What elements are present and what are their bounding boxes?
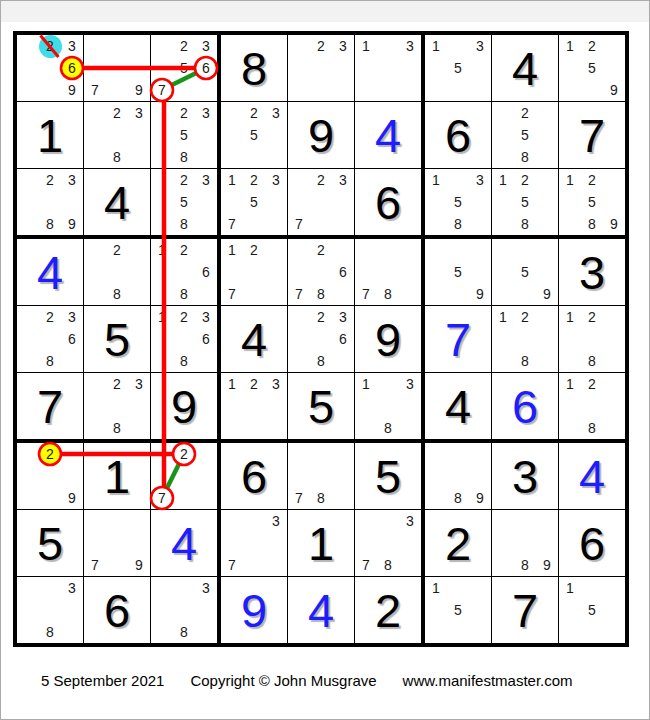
cell-value: 6 [221, 443, 287, 509]
candidate-grid: 378 [355, 510, 421, 576]
candidate-5: 5 [581, 191, 603, 213]
cell-r2c8[interactable]: 258 [492, 102, 558, 168]
candidate-7: 7 [221, 283, 243, 305]
cell-value: 6 [355, 169, 421, 235]
candidate-3: 3 [332, 35, 354, 57]
candidate-grid: 37 [221, 510, 287, 576]
cell-r9c9[interactable]: 15 [559, 577, 625, 643]
candidate-grid: 78 [288, 443, 354, 509]
cell-r6c4[interactable]: 123 [221, 373, 287, 439]
cell-value: 6 [559, 510, 625, 576]
candidate-8: 8 [173, 283, 195, 305]
candidate-8: 8 [310, 487, 332, 509]
cell-r7c2[interactable]: 1 [84, 443, 150, 509]
candidate-grid: 2368 [288, 306, 354, 372]
candidate-3: 3 [469, 169, 491, 191]
candidate-2: 2 [39, 169, 61, 191]
cell-r8c9[interactable]: 6 [559, 510, 625, 576]
cell-r7c7[interactable]: 89 [425, 443, 491, 509]
cell-r3c3[interactable]: 2358 [151, 169, 217, 235]
candidate-1: 1 [425, 577, 447, 599]
candidate-grid: 28 [84, 239, 150, 305]
candidate-grid: 135 [425, 35, 491, 101]
cell-r4c8[interactable]: 59 [492, 239, 558, 305]
footer-date: 5 September 2021 [41, 672, 164, 689]
cell-value: 4 [84, 169, 150, 235]
candidate-grid: 89 [492, 510, 558, 576]
candidate-grid: 15 [559, 577, 625, 643]
candidate-grid: 123 [221, 373, 287, 439]
candidate-7: 7 [355, 554, 377, 576]
candidate-7: 7 [288, 487, 310, 509]
cell-r3c2[interactable]: 4 [84, 169, 150, 235]
candidate-8: 8 [173, 146, 195, 168]
candidate-6: 6 [195, 261, 217, 283]
candidate-7: 7 [288, 213, 310, 235]
cell-value: 9 [355, 306, 421, 372]
candidate-2: 2 [310, 239, 332, 261]
candidate-3: 3 [195, 306, 217, 328]
cell-r7c6[interactable]: 5 [355, 443, 421, 509]
candidate-3: 3 [128, 102, 150, 124]
candidate-5: 5 [514, 124, 536, 146]
cell-value: 5 [355, 443, 421, 509]
cell-value: 6 [84, 577, 150, 643]
cell-value: 5 [84, 306, 150, 372]
candidate-3: 3 [128, 373, 150, 395]
candidate-grid: 238 [84, 373, 150, 439]
candidate-9: 9 [603, 79, 625, 101]
cell-r8c3[interactable]: 4 [151, 510, 217, 576]
candidate-9: 9 [536, 554, 558, 576]
candidate-grid: 12357 [221, 169, 287, 235]
cell-r7c5[interactable]: 78 [288, 443, 354, 509]
cell-r2c4[interactable]: 235 [221, 102, 287, 168]
candidate-1: 1 [221, 169, 243, 191]
candidate-8: 8 [514, 213, 536, 235]
candidate-3: 3 [61, 577, 83, 599]
candidate-9: 9 [536, 283, 558, 305]
candidate-7: 7 [221, 213, 243, 235]
candidate-7: 7 [221, 554, 243, 576]
candidate-7: 7 [151, 487, 173, 509]
candidate-8: 8 [310, 283, 332, 305]
candidate-2: 2 [514, 102, 536, 124]
candidate-2: 2 [173, 239, 195, 261]
candidate-grid: 2358 [151, 102, 217, 168]
candidate-1: 1 [151, 239, 173, 261]
cell-value: 9 [288, 102, 354, 168]
candidate-3: 3 [399, 373, 421, 395]
cell-r7c8[interactable]: 3 [492, 443, 558, 509]
candidate-5: 5 [447, 261, 469, 283]
candidate-grid: 1259 [559, 35, 625, 101]
candidate-2: 2 [173, 35, 195, 57]
cell-value: 7 [559, 102, 625, 168]
candidate-grid: 128 [559, 306, 625, 372]
cell-r4c9[interactable]: 3 [559, 239, 625, 305]
candidate-8: 8 [514, 554, 536, 576]
cell-r5c1[interactable]: 2368 [17, 306, 83, 372]
candidate-2: 2 [106, 373, 128, 395]
sudoku-board: 2369792356782313135412591238235823594625… [13, 31, 629, 647]
cell-value: 7 [17, 373, 83, 439]
cell-r8c4[interactable]: 37 [221, 510, 287, 576]
candidate-grid: 79 [84, 35, 150, 101]
candidate-grid: 59 [492, 239, 558, 305]
candidate-2: 2 [514, 306, 536, 328]
candidate-grid: 12589 [559, 169, 625, 235]
candidate-8: 8 [173, 213, 195, 235]
cell-r8c8[interactable]: 89 [492, 510, 558, 576]
candidate-1: 1 [221, 373, 243, 395]
candidate-5: 5 [243, 191, 265, 213]
cell-r9c7[interactable]: 15 [425, 577, 491, 643]
candidate-grid: 128 [492, 306, 558, 372]
candidate-5: 5 [447, 599, 469, 621]
candidate-8: 8 [106, 283, 128, 305]
candidate-6: 6 [332, 261, 354, 283]
cell-value: 9 [221, 577, 287, 643]
cell-r4c4[interactable]: 127 [221, 239, 287, 305]
cell-value: 4 [492, 35, 558, 101]
candidate-2: 2 [39, 35, 61, 57]
candidate-5: 5 [514, 261, 536, 283]
candidate-grid: 2368 [17, 306, 83, 372]
cell-r8c1[interactable]: 5 [17, 510, 83, 576]
cell-r6c1[interactable]: 7 [17, 373, 83, 439]
cell-r1c5[interactable]: 23 [288, 35, 354, 101]
cell-value: 1 [84, 443, 150, 509]
candidate-8: 8 [377, 283, 399, 305]
candidate-8: 8 [447, 487, 469, 509]
candidate-grid: 1258 [492, 169, 558, 235]
candidate-5: 5 [581, 57, 603, 79]
cell-value: 6 [425, 102, 491, 168]
candidate-2: 2 [310, 169, 332, 191]
candidate-1: 1 [559, 373, 581, 395]
candidate-grid: 128 [559, 373, 625, 439]
cell-r2c3[interactable]: 2358 [151, 102, 217, 168]
candidate-3: 3 [195, 35, 217, 57]
cell-r1c8[interactable]: 4 [492, 35, 558, 101]
cell-r6c5[interactable]: 5 [288, 373, 354, 439]
cell-r9c2[interactable]: 6 [84, 577, 150, 643]
cell-r3c8[interactable]: 1258 [492, 169, 558, 235]
candidate-9: 9 [128, 554, 150, 576]
cell-r6c8[interactable]: 6 [492, 373, 558, 439]
candidate-8: 8 [581, 213, 603, 235]
candidate-grid: 13 [355, 35, 421, 101]
candidate-1: 1 [492, 306, 514, 328]
cell-value: 9 [151, 373, 217, 439]
cell-r6c9[interactable]: 128 [559, 373, 625, 439]
cell-value: 6 [492, 373, 558, 439]
candidate-1: 1 [425, 169, 447, 191]
cell-r3c7[interactable]: 1358 [425, 169, 491, 235]
candidate-grid: 127 [221, 239, 287, 305]
candidate-1: 1 [425, 35, 447, 57]
candidate-grid: 23567 [151, 35, 217, 101]
candidate-6: 6 [61, 57, 83, 79]
candidate-2: 2 [310, 306, 332, 328]
candidate-2: 2 [243, 239, 265, 261]
candidate-grid: 1358 [425, 169, 491, 235]
candidate-8: 8 [310, 350, 332, 372]
candidate-3: 3 [265, 373, 287, 395]
candidate-6: 6 [195, 57, 217, 79]
cell-value: 4 [288, 577, 354, 643]
candidate-grid: 12368 [151, 306, 217, 372]
cell-r2c2[interactable]: 238 [84, 102, 150, 168]
cell-r1c7[interactable]: 135 [425, 35, 491, 101]
candidate-grid: 59 [425, 239, 491, 305]
candidate-3: 3 [399, 35, 421, 57]
candidate-7: 7 [151, 79, 173, 101]
candidate-grid: 2369 [17, 35, 83, 101]
candidate-grid: 79 [84, 510, 150, 576]
candidate-3: 3 [61, 306, 83, 328]
candidate-8: 8 [106, 417, 128, 439]
candidate-2: 2 [173, 306, 195, 328]
cell-r6c3[interactable]: 9 [151, 373, 217, 439]
cell-value: 4 [151, 510, 217, 576]
candidate-9: 9 [128, 79, 150, 101]
candidate-2: 2 [39, 306, 61, 328]
cell-r1c9[interactable]: 1259 [559, 35, 625, 101]
candidate-grid: 258 [492, 102, 558, 168]
candidate-2: 2 [243, 373, 265, 395]
cell-r9c5[interactable]: 4 [288, 577, 354, 643]
cell-r3c1[interactable]: 2389 [17, 169, 83, 235]
candidate-1: 1 [355, 373, 377, 395]
cell-r1c4[interactable]: 8 [221, 35, 287, 101]
candidate-3: 3 [265, 102, 287, 124]
cell-r6c2[interactable]: 238 [84, 373, 150, 439]
cell-value: 1 [17, 102, 83, 168]
candidate-3: 3 [61, 169, 83, 191]
cell-value: 1 [288, 510, 354, 576]
candidate-2: 2 [106, 239, 128, 261]
candidate-3: 3 [61, 35, 83, 57]
candidate-1: 1 [151, 306, 173, 328]
candidate-8: 8 [106, 146, 128, 168]
candidate-9: 9 [61, 487, 83, 509]
candidate-grid: 27 [151, 443, 217, 509]
candidate-8: 8 [377, 417, 399, 439]
cell-r5c3[interactable]: 12368 [151, 306, 217, 372]
cell-r3c6[interactable]: 6 [355, 169, 421, 235]
candidate-grid: 78 [355, 239, 421, 305]
candidate-grid: 235 [221, 102, 287, 168]
cell-r4c3[interactable]: 1268 [151, 239, 217, 305]
candidate-8: 8 [39, 350, 61, 372]
cell-value: 7 [425, 306, 491, 372]
candidate-grid: 2678 [288, 239, 354, 305]
candidate-5: 5 [447, 191, 469, 213]
candidate-grid: 2389 [17, 169, 83, 235]
cell-r5c7[interactable]: 7 [425, 306, 491, 372]
cell-value: 2 [425, 510, 491, 576]
candidate-9: 9 [603, 213, 625, 235]
cell-r5c5[interactable]: 2368 [288, 306, 354, 372]
cell-r3c5[interactable]: 237 [288, 169, 354, 235]
cell-value: 7 [492, 577, 558, 643]
candidate-7: 7 [84, 79, 106, 101]
cell-value: 4 [559, 443, 625, 509]
cell-r9c8[interactable]: 7 [492, 577, 558, 643]
candidate-1: 1 [559, 35, 581, 57]
candidate-9: 9 [469, 487, 491, 509]
candidate-8: 8 [581, 350, 603, 372]
candidate-2: 2 [243, 169, 265, 191]
candidate-2: 2 [173, 102, 195, 124]
cell-r4c2[interactable]: 28 [84, 239, 150, 305]
candidate-grid: 15 [425, 577, 491, 643]
candidate-5: 5 [581, 599, 603, 621]
cell-r5c4[interactable]: 4 [221, 306, 287, 372]
cell-r7c3[interactable]: 27 [151, 443, 217, 509]
cell-value: 5 [17, 510, 83, 576]
cell-r2c7[interactable]: 6 [425, 102, 491, 168]
cell-value: 5 [288, 373, 354, 439]
candidate-8: 8 [514, 146, 536, 168]
candidate-5: 5 [173, 57, 195, 79]
cell-r6c7[interactable]: 4 [425, 373, 491, 439]
cell-r7c1[interactable]: 29 [17, 443, 83, 509]
cell-r1c1[interactable]: 2369 [17, 35, 83, 101]
candidate-9: 9 [61, 213, 83, 235]
candidate-8: 8 [447, 213, 469, 235]
candidate-3: 3 [195, 102, 217, 124]
cell-r5c6[interactable]: 9 [355, 306, 421, 372]
cell-value: 2 [355, 577, 421, 643]
candidate-8: 8 [377, 554, 399, 576]
cell-r4c1[interactable]: 4 [17, 239, 83, 305]
cell-r3c4[interactable]: 12357 [221, 169, 287, 235]
cell-r8c5[interactable]: 1 [288, 510, 354, 576]
cell-r2c9[interactable]: 7 [559, 102, 625, 168]
candidate-8: 8 [514, 350, 536, 372]
candidate-1: 1 [559, 169, 581, 191]
candidate-grid: 1268 [151, 239, 217, 305]
cell-r5c2[interactable]: 5 [84, 306, 150, 372]
candidate-3: 3 [265, 169, 287, 191]
candidate-2: 2 [173, 443, 195, 465]
candidate-8: 8 [581, 417, 603, 439]
candidate-9: 9 [61, 79, 83, 101]
cell-r5c8[interactable]: 128 [492, 306, 558, 372]
candidate-grid: 89 [425, 443, 491, 509]
cell-r9c3[interactable]: 38 [151, 577, 217, 643]
cell-r2c1[interactable]: 1 [17, 102, 83, 168]
cell-value: 3 [559, 239, 625, 305]
candidate-2: 2 [310, 35, 332, 57]
candidate-9: 9 [469, 283, 491, 305]
candidate-1: 1 [492, 169, 514, 191]
cell-r7c4[interactable]: 6 [221, 443, 287, 509]
candidate-7: 7 [84, 554, 106, 576]
candidate-3: 3 [195, 577, 217, 599]
cell-r9c6[interactable]: 2 [355, 577, 421, 643]
candidate-5: 5 [173, 191, 195, 213]
candidate-8: 8 [39, 213, 61, 235]
cell-r1c2[interactable]: 79 [84, 35, 150, 101]
cell-r1c3[interactable]: 23567 [151, 35, 217, 101]
cell-value: 4 [221, 306, 287, 372]
candidate-1: 1 [559, 306, 581, 328]
cell-r8c7[interactable]: 2 [425, 510, 491, 576]
cell-r2c5[interactable]: 9 [288, 102, 354, 168]
candidate-5: 5 [173, 124, 195, 146]
candidate-2: 2 [106, 102, 128, 124]
cell-r5c9[interactable]: 128 [559, 306, 625, 372]
candidate-5: 5 [243, 124, 265, 146]
candidate-3: 3 [195, 169, 217, 191]
candidate-2: 2 [581, 306, 603, 328]
cell-r3c9[interactable]: 12589 [559, 169, 625, 235]
candidate-3: 3 [332, 306, 354, 328]
cell-r1c6[interactable]: 13 [355, 35, 421, 101]
cell-value: 8 [221, 35, 287, 101]
candidate-grid: 237 [288, 169, 354, 235]
cell-value: 3 [492, 443, 558, 509]
candidate-2: 2 [581, 35, 603, 57]
candidate-2: 2 [243, 102, 265, 124]
cell-r4c6[interactable]: 78 [355, 239, 421, 305]
candidate-6: 6 [61, 328, 83, 350]
cell-r9c1[interactable]: 38 [17, 577, 83, 643]
cell-r8c6[interactable]: 378 [355, 510, 421, 576]
candidate-grid: 2358 [151, 169, 217, 235]
top-strip [1, 1, 649, 22]
cell-r8c2[interactable]: 79 [84, 510, 150, 576]
candidate-grid: 138 [355, 373, 421, 439]
candidate-8: 8 [173, 621, 195, 643]
candidate-2: 2 [173, 169, 195, 191]
candidate-grid: 23 [288, 35, 354, 101]
candidate-grid: 38 [17, 577, 83, 643]
cell-value: 4 [425, 373, 491, 439]
candidate-1: 1 [559, 577, 581, 599]
candidate-6: 6 [195, 328, 217, 350]
candidate-8: 8 [173, 350, 195, 372]
footer-copyright: Copyright © John Musgrave [190, 672, 376, 689]
cell-r6c6[interactable]: 138 [355, 373, 421, 439]
candidate-1: 1 [221, 239, 243, 261]
cell-r2c6[interactable]: 4 [355, 102, 421, 168]
candidate-3: 3 [332, 169, 354, 191]
candidate-2: 2 [581, 373, 603, 395]
cell-value: 4 [355, 102, 421, 168]
candidate-grid: 38 [151, 577, 217, 643]
candidate-7: 7 [355, 283, 377, 305]
candidate-7: 7 [288, 283, 310, 305]
cell-r4c7[interactable]: 59 [425, 239, 491, 305]
candidate-3: 3 [469, 35, 491, 57]
cell-r9c4[interactable]: 9 [221, 577, 287, 643]
candidate-8: 8 [39, 621, 61, 643]
candidate-3: 3 [399, 510, 421, 532]
candidate-2: 2 [581, 169, 603, 191]
candidate-3: 3 [265, 510, 287, 532]
cell-r4c5[interactable]: 2678 [288, 239, 354, 305]
candidate-5: 5 [447, 57, 469, 79]
page: 2369792356782313135412591238235823594625… [0, 0, 650, 720]
candidate-2: 2 [39, 443, 61, 465]
cell-r7c9[interactable]: 4 [559, 443, 625, 509]
footer: 5 September 2021 Copyright © John Musgra… [41, 672, 573, 689]
